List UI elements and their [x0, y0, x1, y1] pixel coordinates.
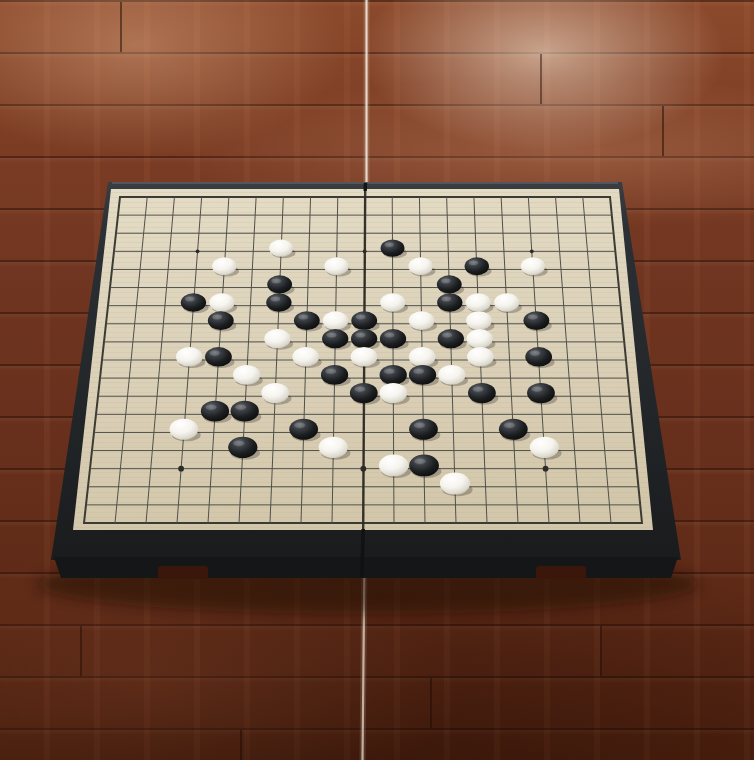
- star-point: [530, 249, 534, 253]
- stone-black[interactable]: [465, 257, 489, 275]
- star-point: [178, 466, 184, 472]
- stone-highlight: [235, 405, 246, 410]
- stone-white[interactable]: [409, 311, 435, 330]
- stone-black[interactable]: [266, 293, 291, 311]
- go-board[interactable]: [51, 182, 681, 579]
- stone-white[interactable]: [176, 347, 203, 367]
- stone-black[interactable]: [409, 365, 436, 385]
- stone-black[interactable]: [228, 437, 257, 458]
- stone-white[interactable]: [233, 365, 260, 385]
- stone-white[interactable]: [467, 329, 493, 348]
- stone-highlight: [441, 297, 451, 302]
- stone-white[interactable]: [440, 473, 470, 495]
- stone-black[interactable]: [409, 455, 439, 477]
- stone-highlight: [298, 315, 308, 320]
- stone-white[interactable]: [530, 437, 559, 458]
- stone-white[interactable]: [379, 455, 409, 477]
- stone-highlight: [414, 369, 424, 374]
- stone-white[interactable]: [209, 293, 234, 311]
- base-foot-cutout: [536, 566, 586, 579]
- stone-highlight: [384, 333, 394, 338]
- stone-black[interactable]: [527, 383, 555, 403]
- stone-white[interactable]: [269, 239, 293, 256]
- stone-black[interactable]: [201, 401, 229, 422]
- stone-highlight: [469, 261, 478, 266]
- stone-black[interactable]: [437, 275, 462, 293]
- stone-highlight: [271, 297, 281, 302]
- stone-white[interactable]: [323, 311, 349, 330]
- stone-highlight: [441, 279, 450, 284]
- star-point: [196, 249, 200, 253]
- stone-black[interactable]: [289, 419, 318, 440]
- stone-white[interactable]: [261, 383, 289, 403]
- stone-white[interactable]: [409, 347, 436, 367]
- stone-highlight: [212, 315, 222, 320]
- stone-white[interactable]: [292, 347, 319, 367]
- scene: [0, 0, 754, 760]
- stone-black[interactable]: [525, 347, 552, 367]
- stone-black[interactable]: [322, 329, 348, 348]
- stone-white[interactable]: [438, 365, 465, 385]
- go-board-photo: [0, 0, 754, 760]
- stone-black[interactable]: [499, 419, 528, 440]
- stone-white[interactable]: [319, 437, 348, 458]
- stone-highlight: [185, 297, 195, 302]
- stone-black[interactable]: [205, 347, 232, 367]
- stone-black[interactable]: [438, 329, 464, 348]
- stone-highlight: [210, 351, 220, 356]
- stone-highlight: [233, 441, 244, 447]
- stone-black[interactable]: [468, 383, 496, 403]
- stone-black[interactable]: [321, 365, 348, 385]
- stone-highlight: [294, 423, 305, 428]
- stone-white[interactable]: [324, 257, 348, 275]
- stone-highlight: [327, 333, 337, 338]
- stone-black[interactable]: [523, 311, 549, 330]
- stone-black[interactable]: [409, 419, 438, 440]
- stone-black[interactable]: [380, 329, 406, 348]
- stone-white[interactable]: [494, 293, 519, 311]
- stone-black[interactable]: [381, 239, 405, 256]
- stone-highlight: [355, 333, 365, 338]
- stone-white[interactable]: [466, 311, 492, 330]
- stone-highlight: [206, 405, 217, 410]
- stone-highlight: [356, 315, 366, 320]
- base-foot-cutout: [158, 566, 208, 579]
- stone-white[interactable]: [379, 383, 407, 403]
- stone-black[interactable]: [231, 401, 259, 422]
- stone-highlight: [414, 459, 425, 465]
- stone-highlight: [530, 351, 540, 356]
- stone-black[interactable]: [294, 311, 320, 330]
- stone-white[interactable]: [169, 419, 198, 440]
- stone-black[interactable]: [351, 329, 377, 348]
- stone-white[interactable]: [409, 257, 433, 275]
- stone-highlight: [384, 369, 394, 374]
- stone-white[interactable]: [380, 293, 405, 311]
- stone-white[interactable]: [212, 257, 236, 275]
- stone-black[interactable]: [350, 383, 378, 403]
- stone-highlight: [528, 315, 538, 320]
- stone-highlight: [473, 387, 484, 392]
- star-point: [543, 466, 549, 472]
- stone-highlight: [355, 387, 366, 392]
- stone-black[interactable]: [181, 293, 206, 311]
- stone-white[interactable]: [264, 329, 290, 348]
- stone-black[interactable]: [208, 311, 234, 330]
- stone-black[interactable]: [351, 311, 377, 330]
- stone-black[interactable]: [437, 293, 462, 311]
- stone-highlight: [271, 279, 280, 284]
- stone-white[interactable]: [467, 347, 494, 367]
- stone-black[interactable]: [380, 365, 407, 385]
- stone-highlight: [326, 369, 336, 374]
- stone-highlight: [442, 333, 452, 338]
- stone-white[interactable]: [521, 257, 545, 275]
- stone-highlight: [414, 423, 425, 428]
- stone-highlight: [385, 243, 394, 248]
- stone-highlight: [532, 387, 543, 392]
- stone-white[interactable]: [351, 347, 378, 367]
- stone-highlight: [504, 423, 515, 428]
- stone-black[interactable]: [267, 275, 292, 293]
- stone-white[interactable]: [466, 293, 491, 311]
